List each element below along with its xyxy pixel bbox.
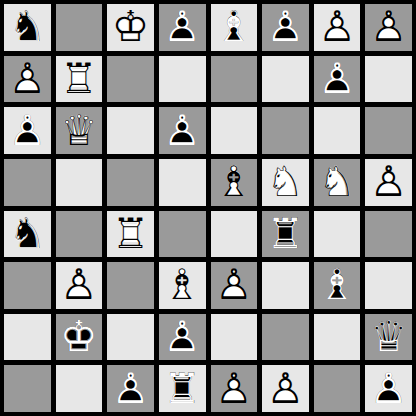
square-e7[interactable]	[211, 56, 258, 103]
piece-white-bishop: ♝♗	[159, 262, 206, 309]
piece-white-king: ♚♔	[107, 4, 154, 51]
square-c8[interactable]: ♚♔	[107, 4, 154, 51]
piece-white-pawn: ♟♙	[4, 56, 51, 103]
square-b5[interactable]	[56, 159, 103, 206]
square-c6[interactable]	[107, 107, 154, 154]
square-d7[interactable]	[159, 56, 206, 103]
square-c4[interactable]: ♜♖	[107, 211, 154, 258]
square-c3[interactable]	[107, 262, 154, 309]
square-e4[interactable]	[211, 211, 258, 258]
square-d5[interactable]	[159, 159, 206, 206]
piece-black-rook: ♜♖	[159, 365, 206, 412]
piece-black-knight: ♞♘	[4, 4, 51, 51]
square-e2[interactable]	[211, 314, 258, 361]
square-g1[interactable]	[314, 365, 361, 412]
square-b2[interactable]: ♚♔	[56, 314, 103, 361]
square-b6[interactable]: ♛♕	[56, 107, 103, 154]
piece-white-pawn: ♟♙	[314, 4, 361, 51]
square-b1[interactable]	[56, 365, 103, 412]
piece-white-bishop: ♝♗	[211, 159, 258, 206]
square-e8[interactable]: ♝♗	[211, 4, 258, 51]
square-a6[interactable]: ♟♙	[4, 107, 51, 154]
square-a8[interactable]: ♞♘	[4, 4, 51, 51]
square-c5[interactable]	[107, 159, 154, 206]
piece-black-queen: ♛♕	[365, 314, 412, 361]
piece-black-pawn: ♟♙	[107, 365, 154, 412]
square-a3[interactable]	[4, 262, 51, 309]
piece-black-pawn: ♟♙	[159, 4, 206, 51]
square-d1[interactable]: ♜♖	[159, 365, 206, 412]
square-e6[interactable]	[211, 107, 258, 154]
square-a2[interactable]	[4, 314, 51, 361]
square-f2[interactable]	[262, 314, 309, 361]
square-f3[interactable]	[262, 262, 309, 309]
square-c7[interactable]	[107, 56, 154, 103]
square-h1[interactable]: ♟♙	[365, 365, 412, 412]
square-g2[interactable]	[314, 314, 361, 361]
piece-black-rook: ♜♖	[262, 211, 309, 258]
square-d2[interactable]: ♟♙	[159, 314, 206, 361]
piece-black-bishop: ♝♗	[211, 4, 258, 51]
piece-white-rook: ♜♖	[107, 211, 154, 258]
square-a1[interactable]	[4, 365, 51, 412]
square-h7[interactable]	[365, 56, 412, 103]
piece-white-queen: ♛♕	[56, 107, 103, 154]
square-f5[interactable]: ♞♘	[262, 159, 309, 206]
square-f4[interactable]: ♜♖	[262, 211, 309, 258]
square-c1[interactable]: ♟♙	[107, 365, 154, 412]
square-a4[interactable]: ♞♘	[4, 211, 51, 258]
square-g4[interactable]	[314, 211, 361, 258]
square-d8[interactable]: ♟♙	[159, 4, 206, 51]
square-h5[interactable]: ♟♙	[365, 159, 412, 206]
square-g6[interactable]	[314, 107, 361, 154]
square-f8[interactable]: ♟♙	[262, 4, 309, 51]
square-f1[interactable]: ♟♙	[262, 365, 309, 412]
piece-black-pawn: ♟♙	[159, 314, 206, 361]
piece-white-pawn: ♟♙	[211, 365, 258, 412]
square-h2[interactable]: ♛♕	[365, 314, 412, 361]
square-g7[interactable]: ♟♙	[314, 56, 361, 103]
piece-white-pawn: ♟♙	[211, 262, 258, 309]
square-b3[interactable]: ♟♙	[56, 262, 103, 309]
square-f6[interactable]	[262, 107, 309, 154]
chess-board: ♞♘♚♔♟♙♝♗♟♙♟♙♟♙♟♙♜♖♟♙♟♙♛♕♟♙♝♗♞♘♞♘♟♙♞♘♜♖♜♖…	[0, 0, 416, 416]
square-b8[interactable]	[56, 4, 103, 51]
square-d3[interactable]: ♝♗	[159, 262, 206, 309]
square-h4[interactable]	[365, 211, 412, 258]
square-e3[interactable]: ♟♙	[211, 262, 258, 309]
piece-white-pawn: ♟♙	[262, 365, 309, 412]
square-b7[interactable]: ♜♖	[56, 56, 103, 103]
piece-black-knight: ♞♘	[4, 211, 51, 258]
piece-black-pawn: ♟♙	[159, 107, 206, 154]
piece-black-king: ♚♔	[56, 314, 103, 361]
piece-white-knight: ♞♘	[314, 159, 361, 206]
square-c2[interactable]	[107, 314, 154, 361]
square-e1[interactable]: ♟♙	[211, 365, 258, 412]
square-f7[interactable]	[262, 56, 309, 103]
piece-black-pawn: ♟♙	[314, 56, 361, 103]
piece-black-pawn: ♟♙	[365, 365, 412, 412]
piece-white-pawn: ♟♙	[56, 262, 103, 309]
square-g5[interactable]: ♞♘	[314, 159, 361, 206]
piece-white-pawn: ♟♙	[365, 4, 412, 51]
square-e5[interactable]: ♝♗	[211, 159, 258, 206]
square-g8[interactable]: ♟♙	[314, 4, 361, 51]
square-h3[interactable]	[365, 262, 412, 309]
piece-white-knight: ♞♘	[262, 159, 309, 206]
square-h8[interactable]: ♟♙	[365, 4, 412, 51]
square-a7[interactable]: ♟♙	[4, 56, 51, 103]
square-h6[interactable]	[365, 107, 412, 154]
piece-black-bishop: ♝♗	[314, 262, 361, 309]
square-d4[interactable]	[159, 211, 206, 258]
piece-white-pawn: ♟♙	[365, 159, 412, 206]
square-a5[interactable]	[4, 159, 51, 206]
square-b4[interactable]	[56, 211, 103, 258]
piece-white-rook: ♜♖	[56, 56, 103, 103]
square-g3[interactable]: ♝♗	[314, 262, 361, 309]
piece-black-pawn: ♟♙	[262, 4, 309, 51]
piece-black-pawn: ♟♙	[4, 107, 51, 154]
square-d6[interactable]: ♟♙	[159, 107, 206, 154]
